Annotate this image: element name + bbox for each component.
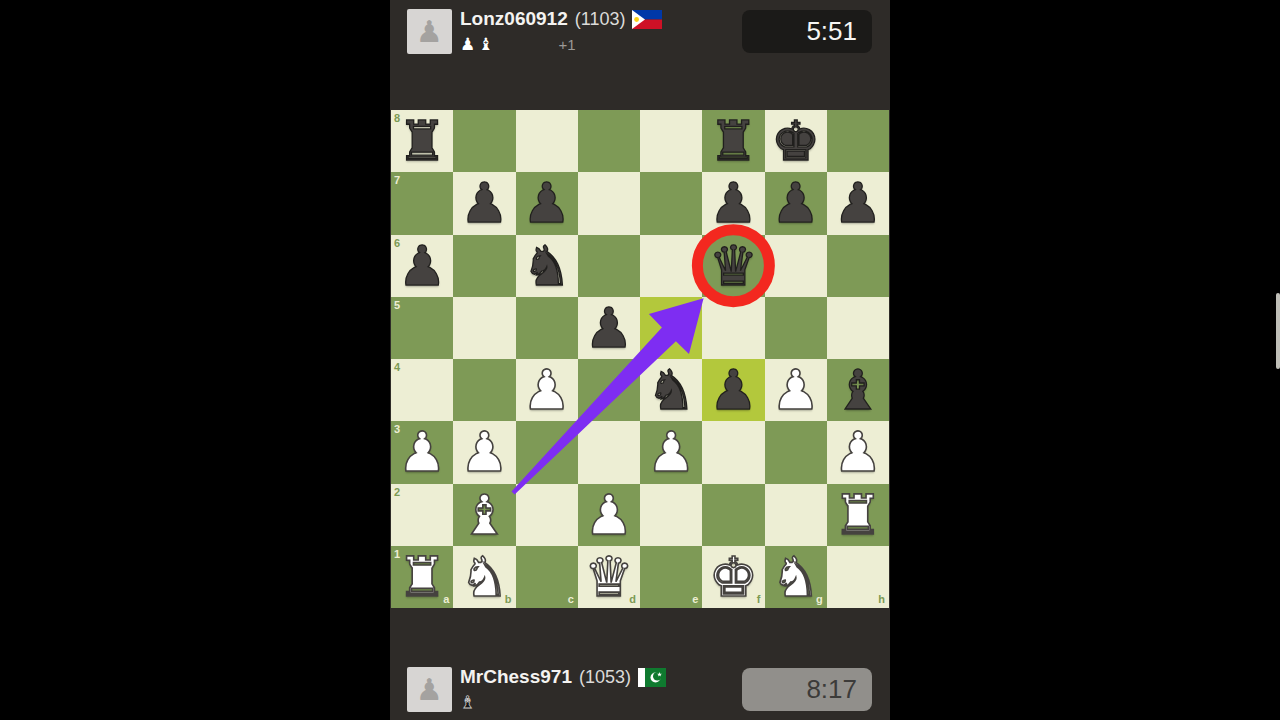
square-h3[interactable]: ♟ [827,421,889,483]
captured-bishop-icon: ♝ [460,692,475,712]
square-e8[interactable] [640,110,702,172]
black-rook-a8[interactable]: ♜ [391,110,453,172]
black-pawn-b7[interactable]: ♟ [453,172,515,234]
rank-label-2: 2 [394,487,400,498]
square-c4[interactable]: ♟ [516,359,578,421]
philippines-flag-icon [632,10,662,29]
square-e3[interactable]: ♟ [640,421,702,483]
black-knight-e4[interactable]: ♞ [640,359,702,421]
square-b1[interactable]: b♞ [453,546,515,608]
captured-piece-icons: ♟♝ [460,34,497,54]
scrollbar-thumb[interactable] [1276,293,1280,369]
white-rook-h2[interactable]: ♜ [827,484,889,546]
square-g6[interactable] [765,235,827,297]
square-h2[interactable]: ♜ [827,484,889,546]
square-c5[interactable] [516,297,578,359]
square-b8[interactable] [453,110,515,172]
black-knight-c6[interactable]: ♞ [516,235,578,297]
square-f6[interactable]: ♛ [702,235,764,297]
black-pawn-a6[interactable]: ♟ [391,235,453,297]
white-queen-d1[interactable]: ♛ [578,546,640,608]
square-a1[interactable]: 1a♜ [391,546,453,608]
square-g7[interactable]: ♟ [765,172,827,234]
captured-pawn-icon: ♟ [460,34,475,54]
square-d4[interactable] [578,359,640,421]
square-d7[interactable] [578,172,640,234]
bottom-captured-pieces: ♝ [460,692,666,712]
square-b7[interactable]: ♟ [453,172,515,234]
avatar-pawn-icon: ♟ [416,675,443,705]
chess-app-window: ♟ Lonz060912 (1103) ♟ [390,0,890,720]
square-b5[interactable] [453,297,515,359]
square-e1[interactable]: e [640,546,702,608]
square-d2[interactable]: ♟ [578,484,640,546]
square-f7[interactable]: ♟ [702,172,764,234]
square-a6[interactable]: 6♟ [391,235,453,297]
file-label-e: e [692,594,698,605]
square-c2[interactable] [516,484,578,546]
square-f2[interactable] [702,484,764,546]
square-g8[interactable]: ♚ [765,110,827,172]
bottom-player-avatar[interactable]: ♟ [407,667,452,712]
square-e2[interactable] [640,484,702,546]
square-h6[interactable] [827,235,889,297]
square-e7[interactable] [640,172,702,234]
square-f8[interactable]: ♜ [702,110,764,172]
bottom-player-info: MrChess971 (1053) ♝ [460,666,666,712]
square-a7[interactable]: 7 [391,172,453,234]
top-player-rating: (1103) [575,9,626,30]
top-player-clock: 5:51 [742,10,872,53]
black-pawn-f4[interactable]: ♟ [702,359,764,421]
captured-bishop-icon: ♝ [478,34,493,54]
chess-board: 8♜♜♚7♟♟♟♟♟6♟♞♛5♟4♟♞♟♟♝3♟♟♟♟2♝♟♜1a♜b♞cd♛e… [391,110,889,608]
square-e4[interactable]: ♞ [640,359,702,421]
square-a3[interactable]: 3♟ [391,421,453,483]
screenshot-stage: ♟ Lonz060912 (1103) ♟ [0,0,1280,720]
square-c7[interactable]: ♟ [516,172,578,234]
square-d6[interactable] [578,235,640,297]
black-bishop-h4[interactable]: ♝ [827,359,889,421]
top-player-name[interactable]: Lonz060912 [460,8,568,30]
square-g1[interactable]: g♞ [765,546,827,608]
white-pawn-d2[interactable]: ♟ [578,484,640,546]
pakistan-flag-icon [638,668,666,687]
rank-label-4: 4 [394,362,400,373]
white-pawn-g4[interactable]: ♟ [765,359,827,421]
white-pawn-e3[interactable]: ♟ [640,421,702,483]
square-e6[interactable] [640,235,702,297]
square-g3[interactable] [765,421,827,483]
square-d8[interactable] [578,110,640,172]
file-label-c: c [568,594,574,605]
square-b3[interactable]: ♟ [453,421,515,483]
square-c3[interactable] [516,421,578,483]
white-king-f1[interactable]: ♚ [702,546,764,608]
white-knight-g1[interactable]: ♞ [765,546,827,608]
square-f5[interactable] [702,297,764,359]
black-pawn-h7[interactable]: ♟ [827,172,889,234]
bottom-player-bar: ♟ MrChess971 (1053) [390,664,890,720]
black-pawn-c7[interactable]: ♟ [516,172,578,234]
square-h7[interactable]: ♟ [827,172,889,234]
material-score: +1 [559,36,576,53]
top-player-bar: ♟ Lonz060912 (1103) ♟ [390,6,890,68]
square-h8[interactable] [827,110,889,172]
top-player-info: Lonz060912 (1103) ♟♝ +1 [460,8,662,54]
bottom-player-rating: (1053) [579,667,631,688]
top-player-avatar[interactable]: ♟ [407,9,452,54]
white-pawn-b3[interactable]: ♟ [453,421,515,483]
white-pawn-h3[interactable]: ♟ [827,421,889,483]
square-f4[interactable]: ♟ [702,359,764,421]
white-rook-a1[interactable]: ♜ [391,546,453,608]
square-d3[interactable] [578,421,640,483]
square-d5[interactable]: ♟ [578,297,640,359]
square-h5[interactable] [827,297,889,359]
black-pawn-f7[interactable]: ♟ [702,172,764,234]
black-rook-f8[interactable]: ♜ [702,110,764,172]
square-a4[interactable]: 4 [391,359,453,421]
square-c1[interactable]: c [516,546,578,608]
white-bishop-b2[interactable]: ♝ [453,484,515,546]
square-c6[interactable]: ♞ [516,235,578,297]
square-f3[interactable] [702,421,764,483]
rank-label-7: 7 [394,175,400,186]
black-king-g8[interactable]: ♚ [765,110,827,172]
bottom-player-name[interactable]: MrChess971 [460,666,572,688]
square-b4[interactable] [453,359,515,421]
square-f1[interactable]: f♚ [702,546,764,608]
square-h1[interactable]: h [827,546,889,608]
file-label-h: h [878,594,885,605]
square-h4[interactable]: ♝ [827,359,889,421]
white-pawn-a3[interactable]: ♟ [391,421,453,483]
square-b2[interactable]: ♝ [453,484,515,546]
white-pawn-c4[interactable]: ♟ [516,359,578,421]
square-g2[interactable] [765,484,827,546]
top-captured-pieces: ♟♝ +1 [460,34,662,54]
square-a2[interactable]: 2 [391,484,453,546]
square-g4[interactable]: ♟ [765,359,827,421]
square-a8[interactable]: 8♜ [391,110,453,172]
square-c8[interactable] [516,110,578,172]
square-b6[interactable] [453,235,515,297]
square-g5[interactable] [765,297,827,359]
black-pawn-g7[interactable]: ♟ [765,172,827,234]
captured-piece-icons: ♝ [460,692,478,712]
black-queen-f6[interactable]: ♛ [702,235,764,297]
square-e5[interactable] [640,297,702,359]
black-pawn-d5[interactable]: ♟ [578,297,640,359]
square-d1[interactable]: d♛ [578,546,640,608]
square-a5[interactable]: 5 [391,297,453,359]
white-knight-b1[interactable]: ♞ [453,546,515,608]
bottom-player-clock: 8:17 [742,668,872,711]
avatar-pawn-icon: ♟ [416,17,443,47]
rank-label-5: 5 [394,300,400,311]
